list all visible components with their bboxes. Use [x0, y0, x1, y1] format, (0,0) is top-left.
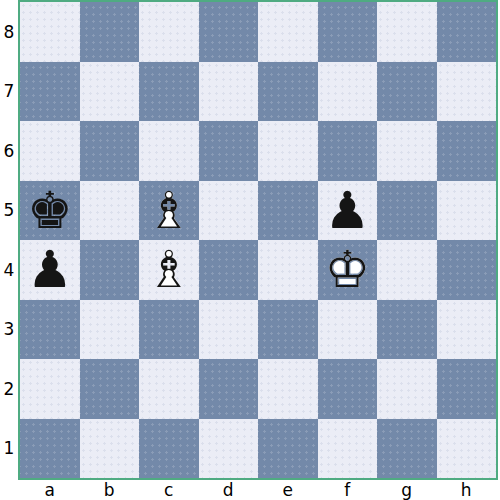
file-label-d: d	[199, 480, 259, 500]
file-label-b: b	[80, 480, 140, 500]
white-bishop[interactable]: ♝♗	[139, 181, 199, 241]
square-a3[interactable]	[20, 300, 80, 360]
square-c7[interactable]	[139, 62, 199, 122]
square-f1[interactable]	[318, 419, 378, 479]
chess-board: ♚♝♗♟♟♝♗♚♔	[18, 0, 498, 480]
square-f6[interactable]	[318, 121, 378, 181]
rank-label-5: 5	[0, 181, 18, 241]
rank-label-6: 6	[0, 121, 18, 181]
square-c3[interactable]	[139, 300, 199, 360]
square-g1[interactable]	[377, 419, 437, 479]
square-d6[interactable]	[199, 121, 259, 181]
square-d5[interactable]	[199, 181, 259, 241]
white-bishop[interactable]: ♝♗	[139, 240, 199, 300]
square-c8[interactable]	[139, 2, 199, 62]
square-e4[interactable]	[258, 240, 318, 300]
square-e7[interactable]	[258, 62, 318, 122]
square-e1[interactable]	[258, 419, 318, 479]
square-a4[interactable]: ♟	[20, 240, 80, 300]
square-e2[interactable]	[258, 359, 318, 419]
square-h6[interactable]	[437, 121, 497, 181]
square-e5[interactable]	[258, 181, 318, 241]
square-h7[interactable]	[437, 62, 497, 122]
square-a1[interactable]	[20, 419, 80, 479]
square-f5[interactable]: ♟	[318, 181, 378, 241]
square-e8[interactable]	[258, 2, 318, 62]
rank-label-4: 4	[0, 240, 18, 300]
square-h8[interactable]	[437, 2, 497, 62]
square-b6[interactable]	[80, 121, 140, 181]
square-c5[interactable]: ♝♗	[139, 181, 199, 241]
square-d3[interactable]	[199, 300, 259, 360]
rank-label-8: 8	[0, 2, 18, 62]
square-h1[interactable]	[437, 419, 497, 479]
square-d7[interactable]	[199, 62, 259, 122]
rank-label-7: 7	[0, 62, 18, 122]
square-f4[interactable]: ♚♔	[318, 240, 378, 300]
square-d8[interactable]	[199, 2, 259, 62]
white-king[interactable]: ♚♔	[318, 240, 378, 300]
square-g3[interactable]	[377, 300, 437, 360]
square-b4[interactable]	[80, 240, 140, 300]
square-g7[interactable]	[377, 62, 437, 122]
file-label-e: e	[258, 480, 318, 500]
black-pawn-glyph: ♟	[20, 240, 80, 300]
white-bishop-outline-glyph: ♗	[139, 181, 199, 241]
square-f2[interactable]	[318, 359, 378, 419]
rank-label-3: 3	[0, 300, 18, 360]
square-g5[interactable]	[377, 181, 437, 241]
square-h4[interactable]	[437, 240, 497, 300]
square-b1[interactable]	[80, 419, 140, 479]
square-c1[interactable]	[139, 419, 199, 479]
rank-label-2: 2	[0, 359, 18, 419]
square-c6[interactable]	[139, 121, 199, 181]
chess-diagram: ♚♝♗♟♟♝♗♚♔ 87654321 abcdefgh	[0, 0, 500, 500]
square-c4[interactable]: ♝♗	[139, 240, 199, 300]
square-a7[interactable]	[20, 62, 80, 122]
square-a6[interactable]	[20, 121, 80, 181]
square-h2[interactable]	[437, 359, 497, 419]
file-label-a: a	[20, 480, 80, 500]
black-king-glyph: ♚	[20, 181, 80, 241]
square-h5[interactable]	[437, 181, 497, 241]
white-bishop-outline-glyph: ♗	[139, 240, 199, 300]
square-b5[interactable]	[80, 181, 140, 241]
square-a5[interactable]: ♚	[20, 181, 80, 241]
square-g4[interactable]	[377, 240, 437, 300]
square-g2[interactable]	[377, 359, 437, 419]
square-f8[interactable]	[318, 2, 378, 62]
square-a8[interactable]	[20, 2, 80, 62]
black-pawn[interactable]: ♟	[20, 240, 80, 300]
rank-label-1: 1	[0, 419, 18, 479]
square-d4[interactable]	[199, 240, 259, 300]
square-e6[interactable]	[258, 121, 318, 181]
file-label-f: f	[318, 480, 378, 500]
square-b8[interactable]	[80, 2, 140, 62]
square-f3[interactable]	[318, 300, 378, 360]
black-king[interactable]: ♚	[20, 181, 80, 241]
file-label-h: h	[437, 480, 497, 500]
square-a2[interactable]	[20, 359, 80, 419]
square-g6[interactable]	[377, 121, 437, 181]
white-king-outline-glyph: ♔	[318, 240, 378, 300]
square-f7[interactable]	[318, 62, 378, 122]
square-c2[interactable]	[139, 359, 199, 419]
square-h3[interactable]	[437, 300, 497, 360]
black-pawn[interactable]: ♟	[318, 181, 378, 241]
black-pawn-glyph: ♟	[318, 181, 378, 241]
square-b7[interactable]	[80, 62, 140, 122]
file-label-c: c	[139, 480, 199, 500]
square-e3[interactable]	[258, 300, 318, 360]
square-b3[interactable]	[80, 300, 140, 360]
square-d2[interactable]	[199, 359, 259, 419]
square-g8[interactable]	[377, 2, 437, 62]
square-b2[interactable]	[80, 359, 140, 419]
file-label-g: g	[377, 480, 437, 500]
square-d1[interactable]	[199, 419, 259, 479]
